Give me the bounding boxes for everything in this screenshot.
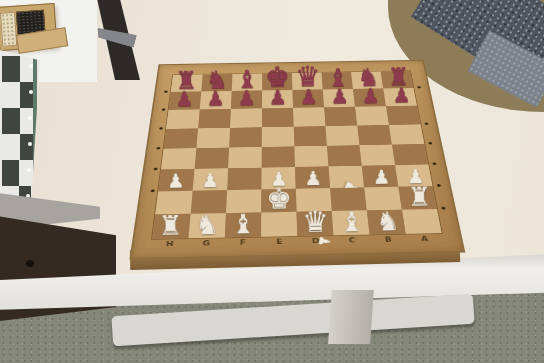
square-f6[interactable]	[230, 108, 262, 127]
file-label-e: E	[261, 237, 298, 250]
white-pieces-compartment	[0, 12, 17, 47]
square-g3[interactable]: ♟	[193, 168, 228, 190]
piece-red-pawn[interactable]: ♟	[237, 90, 255, 108]
square-a6[interactable]	[386, 106, 421, 125]
square-h1[interactable]: ♜	[152, 214, 191, 239]
piece-white-pawn[interactable]: ♟	[304, 170, 322, 188]
square-g5[interactable]	[196, 128, 230, 148]
square-f5[interactable]	[229, 127, 262, 147]
square-d3[interactable]: ♟	[295, 166, 330, 188]
square-g4[interactable]	[195, 148, 230, 169]
square-h3[interactable]: ♟	[158, 169, 194, 192]
square-e1[interactable]	[261, 212, 297, 237]
piece-white-rook[interactable]: ♜	[158, 214, 182, 238]
square-h5[interactable]	[164, 128, 198, 148]
square-a1[interactable]	[402, 209, 442, 234]
board-squares: ♜♞♝♚♛♝♞♜♟♟♟♟♟♟♟♟♟♟♟♟♟♟♟♚♜♜♞♝♛♝♞	[152, 71, 441, 239]
file-label-h: H	[150, 240, 188, 253]
square-b6[interactable]	[355, 106, 389, 125]
square-a5[interactable]	[389, 124, 424, 144]
piece-white-bishop[interactable]: ♝	[231, 212, 255, 236]
square-b4[interactable]	[359, 145, 395, 166]
square-c1[interactable]: ♝	[332, 210, 370, 235]
square-e6[interactable]	[262, 108, 294, 127]
square-c4[interactable]	[327, 145, 362, 166]
square-d5[interactable]	[294, 126, 327, 146]
square-b1[interactable]: ♞	[367, 210, 406, 235]
square-d7[interactable]: ♟	[292, 90, 324, 108]
piece-white-queen[interactable]: ♛	[302, 208, 329, 235]
piece-white-pawn[interactable]: ♟	[201, 172, 219, 190]
piece-white-knight[interactable]: ♞	[194, 213, 218, 237]
square-e5[interactable]	[262, 127, 295, 147]
piece-white-knight[interactable]: ♞	[375, 209, 399, 233]
square-e4[interactable]	[262, 146, 295, 167]
square-f7[interactable]: ♟	[231, 91, 262, 109]
board-frame: ♜♞♝♚♛♝♞♜♟♟♟♟♟♟♟♟♟♟♟♟♟♟♟♚♜♜♞♝♛♝♞ HGFEDCBA…	[129, 60, 465, 260]
square-f3[interactable]	[227, 168, 262, 190]
square-h7[interactable]: ♟	[169, 92, 202, 111]
square-d4[interactable]	[294, 146, 328, 167]
square-h6[interactable]	[166, 110, 200, 129]
square-b3[interactable]: ♟	[362, 165, 399, 187]
chessboard[interactable]: ♜♞♝♚♛♝♞♜♟♟♟♟♟♟♟♟♟♟♟♟♟♟♟♚♜♜♞♝♛♝♞ HGFEDCBA…	[129, 60, 465, 260]
square-d6[interactable]	[293, 107, 325, 126]
piece-red-pawn[interactable]: ♟	[330, 88, 348, 106]
square-e7[interactable]: ♟	[262, 90, 293, 108]
table-leg	[328, 290, 374, 344]
square-a4[interactable]	[392, 144, 428, 165]
piece-white-pawn-fallen-on-frame[interactable]: ♟	[316, 235, 332, 247]
square-f1[interactable]: ♝	[225, 212, 261, 237]
piece-red-pawn[interactable]: ♟	[268, 89, 286, 107]
square-f4[interactable]	[228, 147, 262, 168]
square-a7[interactable]: ♟	[383, 88, 417, 106]
square-b7[interactable]: ♟	[353, 88, 386, 106]
file-label-g: G	[187, 239, 224, 252]
square-c5[interactable]	[325, 126, 359, 146]
file-label-c: C	[334, 236, 372, 249]
cabinet-knob[interactable]	[26, 260, 34, 267]
piece-red-pawn[interactable]: ♟	[175, 91, 194, 109]
piece-white-king[interactable]: ♚	[266, 185, 292, 211]
piece-red-pawn[interactable]: ♟	[392, 87, 410, 105]
square-h4[interactable]	[161, 148, 196, 169]
piece-red-pawn[interactable]: ♟	[299, 89, 317, 107]
piece-red-pawn[interactable]: ♟	[361, 88, 379, 106]
photo-scene: ♜♞♝♚♛♝♞♜♟♟♟♟♟♟♟♟♟♟♟♟♟♟♟♚♜♜♞♝♛♝♞ HGFEDCBA…	[0, 0, 544, 363]
square-g6[interactable]	[198, 109, 231, 128]
piece-white-bishop[interactable]: ♝	[339, 210, 363, 234]
square-e2[interactable]: ♚	[261, 189, 296, 213]
piece-white-rook[interactable]: ♜	[407, 185, 430, 208]
file-label-b: B	[370, 235, 408, 248]
square-d1[interactable]: ♛	[297, 211, 334, 236]
file-label-a: A	[406, 235, 444, 248]
square-g1[interactable]: ♞	[189, 213, 226, 238]
piece-white-pawn[interactable]: ♟	[372, 169, 390, 187]
piece-red-pawn[interactable]: ♟	[206, 90, 224, 108]
square-g7[interactable]: ♟	[200, 91, 232, 109]
square-a2[interactable]: ♜	[398, 186, 437, 209]
square-c7[interactable]: ♟	[323, 89, 355, 107]
piece-white-pawn[interactable]: ♟	[166, 173, 184, 191]
square-b5[interactable]	[357, 125, 392, 145]
square-c6[interactable]	[324, 107, 357, 126]
file-label-f: F	[224, 238, 261, 251]
square-c3[interactable]: ♟	[328, 166, 364, 188]
